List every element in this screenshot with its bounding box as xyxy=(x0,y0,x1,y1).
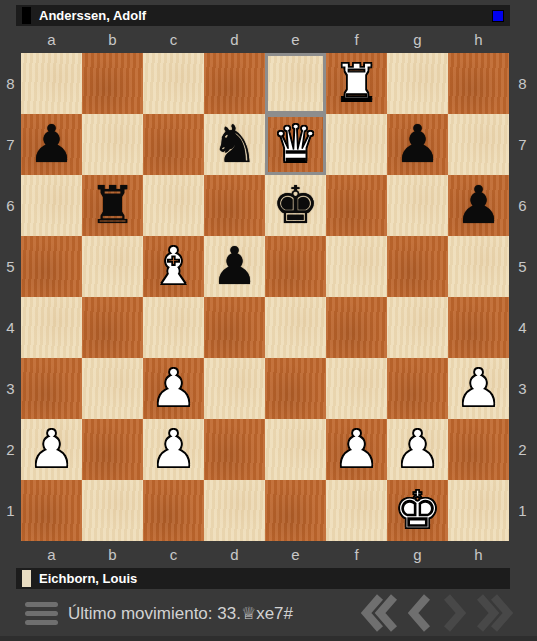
last-move-label: Último movimiento: 33.♕xe7# xyxy=(68,603,293,624)
rank-label-5-right: 5 xyxy=(509,236,536,297)
square-g1[interactable]: ♚ xyxy=(387,480,448,541)
white-pawn: ♟ xyxy=(28,419,75,480)
jump-forward-button[interactable] xyxy=(476,594,513,632)
board-corner xyxy=(0,26,21,53)
square-h4[interactable] xyxy=(448,297,509,358)
square-f1[interactable] xyxy=(326,480,387,541)
rank-label-7-left: 7 xyxy=(0,114,21,175)
square-e6[interactable]: ♚ xyxy=(265,175,326,236)
double-chevron-right-icon xyxy=(476,594,513,632)
white-pawn: ♟ xyxy=(333,419,380,480)
top-player-bar: Anderssen, Adolf xyxy=(16,5,510,26)
square-a5[interactable] xyxy=(21,236,82,297)
square-e8[interactable] xyxy=(265,53,326,114)
square-a3[interactable] xyxy=(21,358,82,419)
square-a7[interactable]: ♟ xyxy=(21,114,82,175)
rank-label-3-left: 3 xyxy=(0,358,21,419)
jump-backward-button[interactable] xyxy=(361,594,398,632)
chess-board: abcdefgh8♜87♟♞♛♟76♜♚♟65♝♟5443♟♟32♟♟♟♟21♚… xyxy=(0,26,536,568)
square-h5[interactable] xyxy=(448,236,509,297)
black-pawn: ♟ xyxy=(211,236,258,297)
square-d6[interactable] xyxy=(204,175,265,236)
footer-controls: Último movimiento: 33.♕xe7# xyxy=(0,592,537,634)
square-f6[interactable] xyxy=(326,175,387,236)
square-g5[interactable] xyxy=(387,236,448,297)
file-label-a-top: a xyxy=(21,26,82,53)
square-h1[interactable] xyxy=(448,480,509,541)
rank-label-8-right: 8 xyxy=(509,53,536,114)
rank-label-8-left: 8 xyxy=(0,53,21,114)
rank-label-1-left: 1 xyxy=(0,480,21,541)
square-g2[interactable]: ♟ xyxy=(387,419,448,480)
file-label-g-top: g xyxy=(387,26,448,53)
white-color-swatch xyxy=(22,570,31,587)
file-label-h-bottom: h xyxy=(448,541,509,568)
square-d2[interactable] xyxy=(204,419,265,480)
rank-label-7-right: 7 xyxy=(509,114,536,175)
square-e3[interactable] xyxy=(265,358,326,419)
rank-label-3-right: 3 xyxy=(509,358,536,419)
file-label-f-bottom: f xyxy=(326,541,387,568)
black-pawn: ♟ xyxy=(394,114,441,175)
square-c4[interactable] xyxy=(143,297,204,358)
square-e2[interactable] xyxy=(265,419,326,480)
square-d1[interactable] xyxy=(204,480,265,541)
square-c1[interactable] xyxy=(143,480,204,541)
square-d7[interactable]: ♞ xyxy=(204,114,265,175)
square-a1[interactable] xyxy=(21,480,82,541)
file-label-h-top: h xyxy=(448,26,509,53)
square-b4[interactable] xyxy=(82,297,143,358)
file-label-b-bottom: b xyxy=(82,541,143,568)
rank-label-5-left: 5 xyxy=(0,236,21,297)
square-c6[interactable] xyxy=(143,175,204,236)
black-pawn: ♟ xyxy=(455,175,502,236)
square-c2[interactable]: ♟ xyxy=(143,419,204,480)
file-label-b-top: b xyxy=(82,26,143,53)
square-a4[interactable] xyxy=(21,297,82,358)
white-king: ♚ xyxy=(394,480,441,541)
board-corner xyxy=(509,26,536,53)
black-knight: ♞ xyxy=(211,114,258,175)
square-b2[interactable] xyxy=(82,419,143,480)
move-navigation xyxy=(361,594,513,632)
bottom-player-name: Eichborn, Louis xyxy=(39,571,137,586)
square-e5[interactable] xyxy=(265,236,326,297)
square-g6[interactable] xyxy=(387,175,448,236)
bottom-player-bar: Eichborn, Louis xyxy=(16,568,510,589)
board-corner xyxy=(509,541,536,568)
file-label-a-bottom: a xyxy=(21,541,82,568)
square-f4[interactable] xyxy=(326,297,387,358)
step-forward-button[interactable] xyxy=(442,594,466,632)
file-label-g-bottom: g xyxy=(387,541,448,568)
square-c5[interactable]: ♝ xyxy=(143,236,204,297)
rank-label-6-left: 6 xyxy=(0,175,21,236)
rank-label-2-left: 2 xyxy=(0,419,21,480)
rank-label-1-right: 1 xyxy=(509,480,536,541)
square-f5[interactable] xyxy=(326,236,387,297)
square-f7[interactable] xyxy=(326,114,387,175)
step-backward-button[interactable] xyxy=(408,594,432,632)
white-pawn: ♟ xyxy=(150,358,197,419)
square-d4[interactable] xyxy=(204,297,265,358)
rank-label-6-right: 6 xyxy=(509,175,536,236)
chevron-left-icon xyxy=(408,594,432,632)
file-label-d-bottom: d xyxy=(204,541,265,568)
square-c8[interactable] xyxy=(143,53,204,114)
menu-button[interactable] xyxy=(25,602,58,625)
chevron-right-icon xyxy=(442,594,466,632)
square-d8[interactable] xyxy=(204,53,265,114)
square-f3[interactable] xyxy=(326,358,387,419)
rank-label-2-right: 2 xyxy=(509,419,536,480)
menu-icon xyxy=(25,602,58,607)
square-b5[interactable] xyxy=(82,236,143,297)
square-b8[interactable] xyxy=(82,53,143,114)
rank-label-4-left: 4 xyxy=(0,297,21,358)
square-h2[interactable] xyxy=(448,419,509,480)
file-label-c-bottom: c xyxy=(143,541,204,568)
white-bishop: ♝ xyxy=(150,236,197,297)
file-label-f-top: f xyxy=(326,26,387,53)
file-label-d-top: d xyxy=(204,26,265,53)
board-corner xyxy=(0,541,21,568)
black-rook: ♜ xyxy=(89,175,136,236)
white-pawn: ♟ xyxy=(394,419,441,480)
square-f8[interactable]: ♜ xyxy=(326,53,387,114)
file-label-c-top: c xyxy=(143,26,204,53)
file-label-e-top: e xyxy=(265,26,326,53)
white-rook: ♜ xyxy=(333,53,380,114)
square-e7[interactable]: ♛ xyxy=(265,114,326,175)
square-d3[interactable] xyxy=(204,358,265,419)
bottom-edge xyxy=(0,636,537,641)
square-e1[interactable] xyxy=(265,480,326,541)
square-b3[interactable] xyxy=(82,358,143,419)
square-h7[interactable] xyxy=(448,114,509,175)
square-a6[interactable] xyxy=(21,175,82,236)
square-f2[interactable]: ♟ xyxy=(326,419,387,480)
square-g4[interactable] xyxy=(387,297,448,358)
white-queen: ♛ xyxy=(272,114,319,175)
square-a8[interactable] xyxy=(21,53,82,114)
square-e4[interactable] xyxy=(265,297,326,358)
square-c3[interactable]: ♟ xyxy=(143,358,204,419)
square-b6[interactable]: ♜ xyxy=(82,175,143,236)
black-king: ♚ xyxy=(272,175,319,236)
square-h3[interactable]: ♟ xyxy=(448,358,509,419)
status-indicator xyxy=(492,10,504,22)
file-label-e-bottom: e xyxy=(265,541,326,568)
square-d5[interactable]: ♟ xyxy=(204,236,265,297)
top-player-name: Anderssen, Adolf xyxy=(39,8,146,23)
square-g8[interactable] xyxy=(387,53,448,114)
square-h6[interactable]: ♟ xyxy=(448,175,509,236)
square-a2[interactable]: ♟ xyxy=(21,419,82,480)
square-g3[interactable] xyxy=(387,358,448,419)
rank-label-4-right: 4 xyxy=(509,297,536,358)
square-h8[interactable] xyxy=(448,53,509,114)
black-pawn: ♟ xyxy=(28,114,75,175)
black-color-swatch xyxy=(22,7,31,24)
white-pawn: ♟ xyxy=(150,419,197,480)
double-chevron-left-icon xyxy=(361,594,398,632)
square-b1[interactable] xyxy=(82,480,143,541)
square-b7[interactable] xyxy=(82,114,143,175)
white-pawn: ♟ xyxy=(455,358,502,419)
square-g7[interactable]: ♟ xyxy=(387,114,448,175)
square-c7[interactable] xyxy=(143,114,204,175)
